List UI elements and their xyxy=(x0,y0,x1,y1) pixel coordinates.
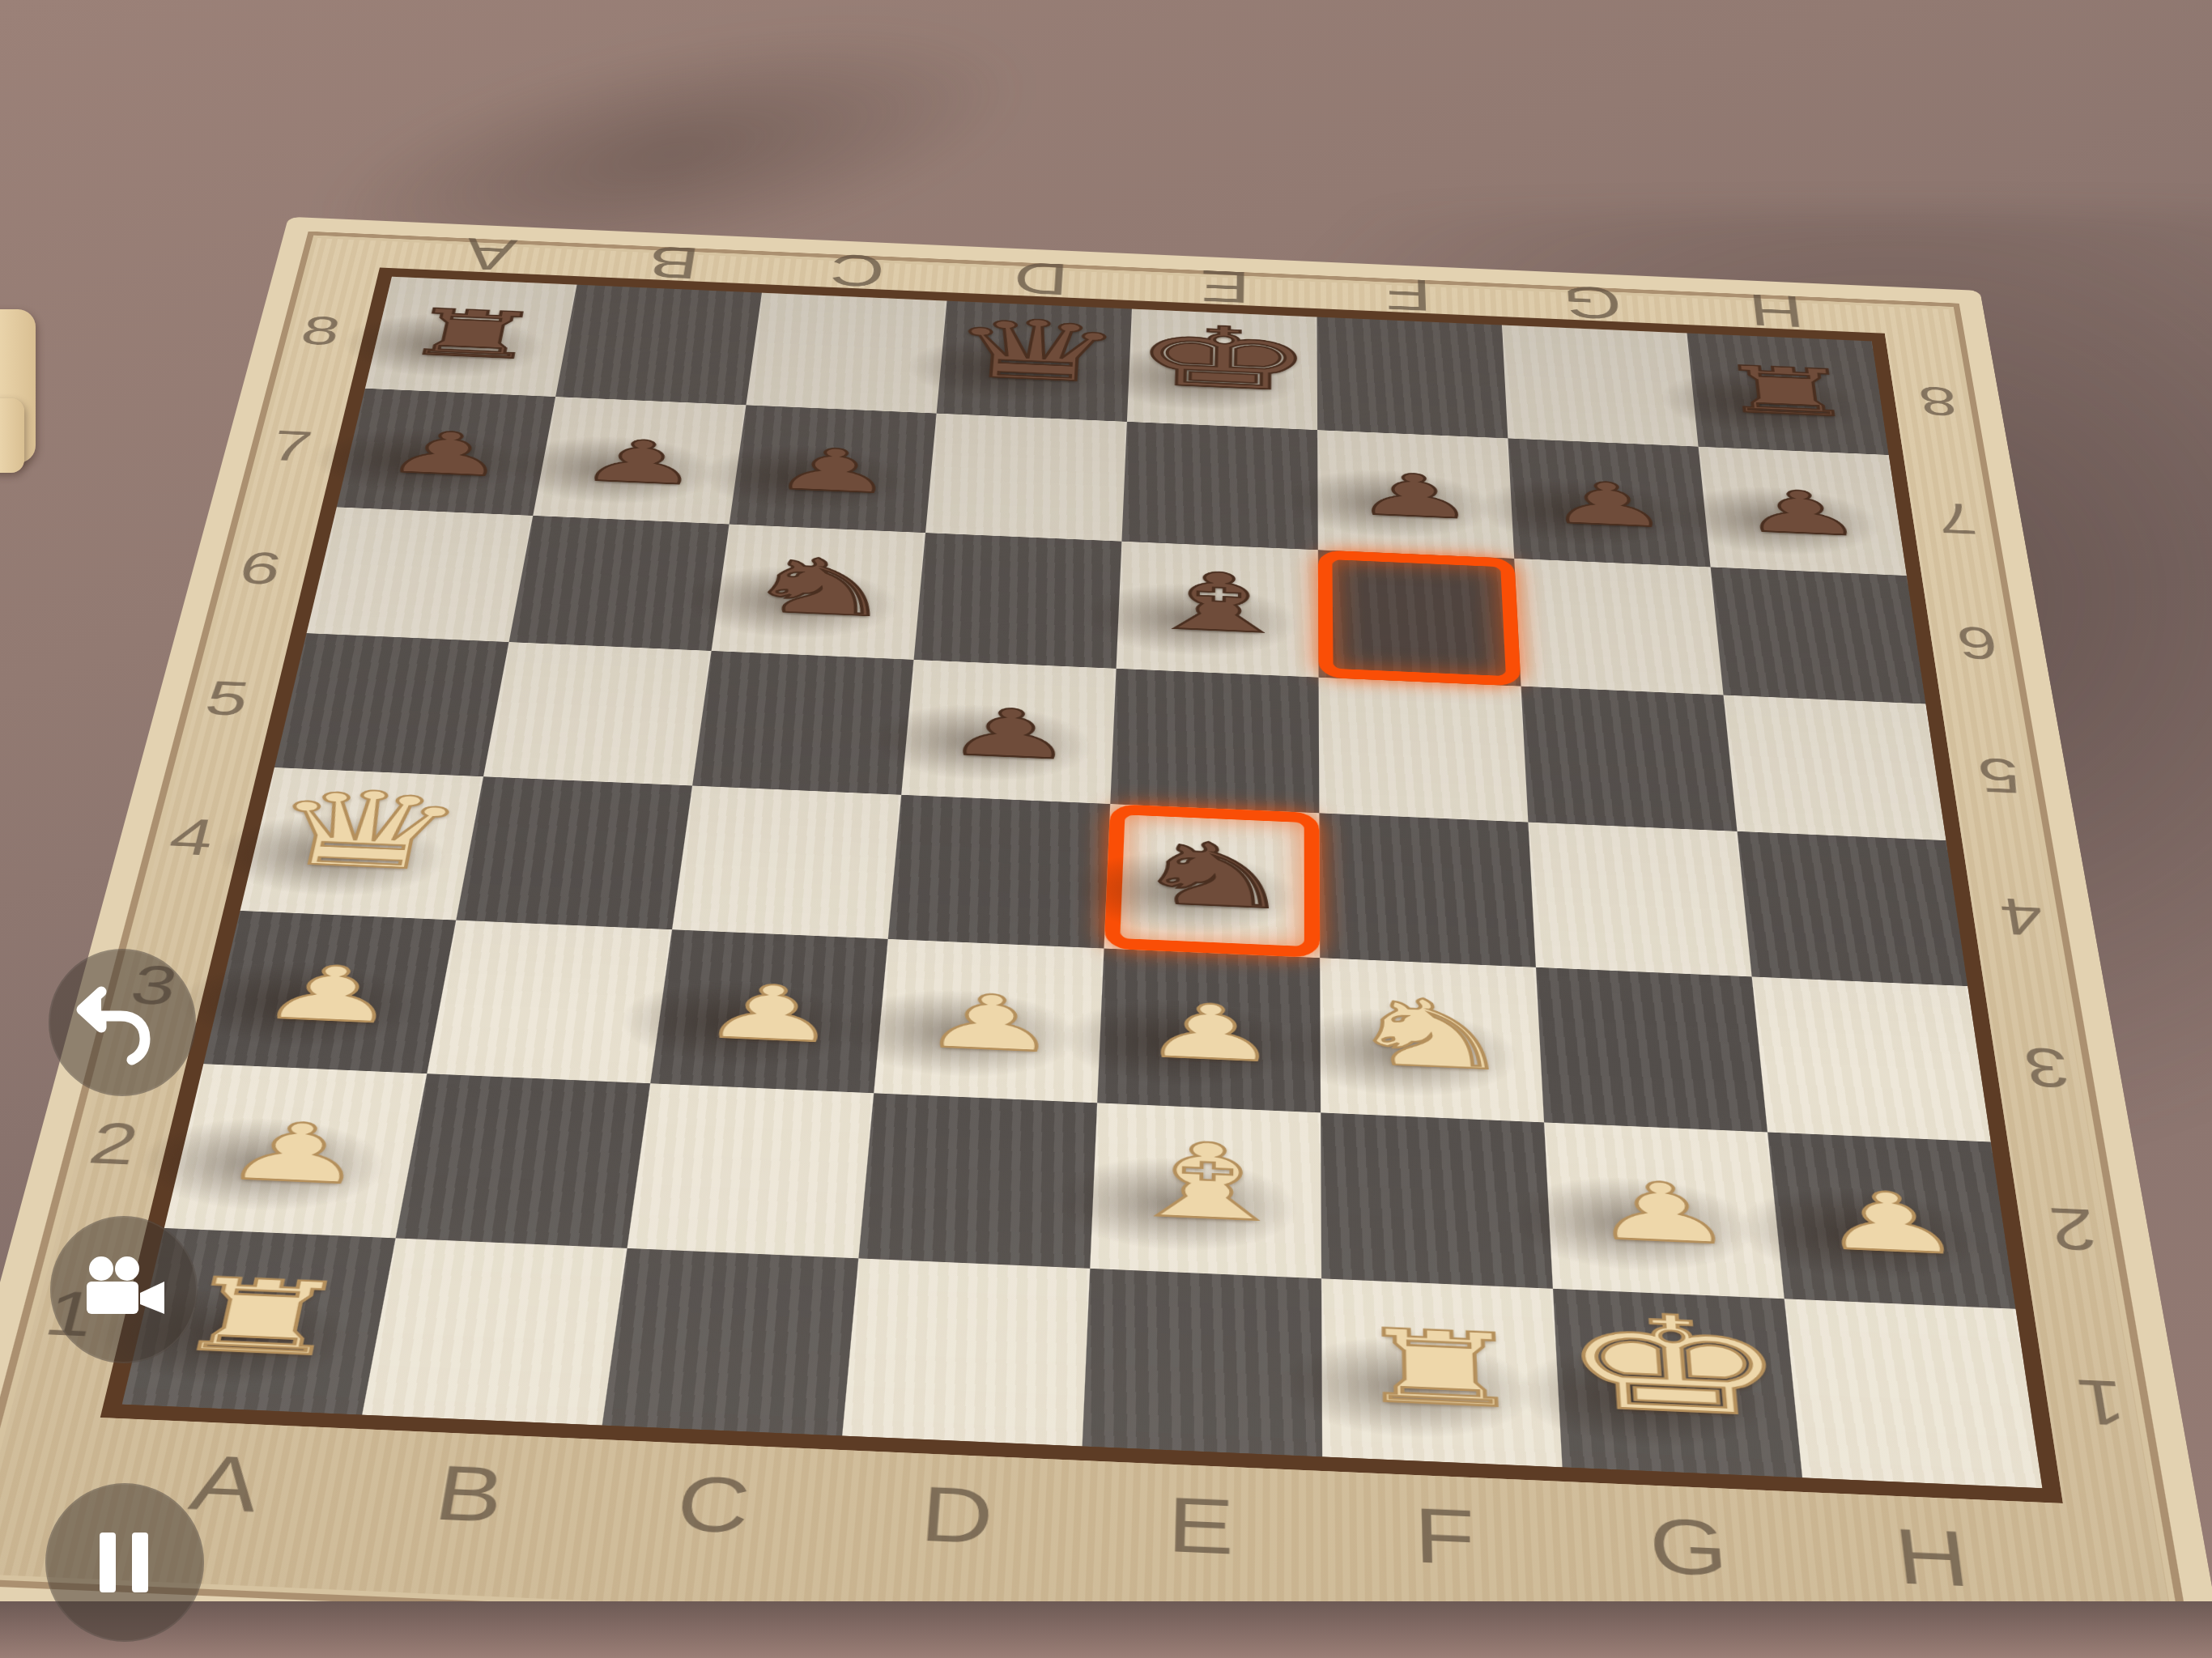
camera-button[interactable] xyxy=(50,1216,198,1363)
chess-board-3d: AABBCCDDEEFFGGHH1122334455667788 ♜♛♚♜♟♟♟… xyxy=(0,217,2212,1658)
rank-label-right-6: 6 xyxy=(1923,614,2033,672)
square-h5[interactable] xyxy=(1724,695,1946,841)
undo-button[interactable] xyxy=(49,949,196,1096)
piece-black-pawn-c7[interactable]: ♟ xyxy=(734,408,936,502)
rank-label-left-7: 7 xyxy=(236,419,347,473)
square-e2[interactable] xyxy=(1090,1103,1321,1278)
square-g6[interactable] xyxy=(1514,559,1723,695)
piece-black-rook-a8[interactable]: ♜ xyxy=(372,279,576,368)
square-h6[interactable] xyxy=(1711,567,1926,704)
square-f2[interactable] xyxy=(1321,1112,1553,1288)
file-label-top-a: A xyxy=(392,226,586,284)
rank-label-right-8: 8 xyxy=(1887,376,1990,427)
square-b1[interactable] xyxy=(362,1238,627,1425)
square-g1[interactable] xyxy=(1553,1289,1802,1478)
piece-black-rook-h8[interactable]: ♜ xyxy=(1687,336,1885,425)
square-c5[interactable] xyxy=(692,651,913,795)
game-screen: AABBCCDDEEFFGGHH1122334455667788 ♜♛♚♜♟♟♟… xyxy=(0,0,2212,1658)
square-b2[interactable] xyxy=(396,1073,651,1248)
square-g2[interactable] xyxy=(1544,1122,1784,1299)
square-h2[interactable] xyxy=(1767,1132,2016,1308)
file-label-top-d: D xyxy=(947,249,1134,308)
piece-black-pawn-b7[interactable]: ♟ xyxy=(539,400,746,493)
black-pawn-glyph: ♟ xyxy=(768,441,899,500)
rank-label-left-5: 5 xyxy=(168,669,287,729)
table-edge xyxy=(0,1601,2212,1658)
pause-bars-icon xyxy=(80,1518,169,1607)
black-queen-glyph: ♛ xyxy=(942,309,1128,392)
file-label-top-h: H xyxy=(1682,281,1872,340)
piece-black-pawn-d5[interactable]: ♟ xyxy=(904,663,1116,768)
square-e7[interactable] xyxy=(1121,422,1317,550)
square-d2[interactable] xyxy=(858,1093,1097,1269)
black-rook-glyph: ♜ xyxy=(1713,359,1861,424)
square-g3[interactable] xyxy=(1536,967,1767,1133)
piece-black-pawn-h7[interactable]: ♟ xyxy=(1699,449,1902,544)
square-a2[interactable] xyxy=(164,1064,427,1238)
file-label-top-f: F xyxy=(1317,266,1502,325)
file-label-top-b: B xyxy=(577,233,769,291)
piece-black-queen-d8[interactable]: ♛ xyxy=(939,304,1132,392)
highlight-from-f6 xyxy=(1318,550,1521,686)
piece-black-pawn-g7[interactable]: ♟ xyxy=(1508,441,1708,535)
piece-black-bishop-e6[interactable]: ♝ xyxy=(1117,545,1318,644)
square-g4[interactable] xyxy=(1528,823,1751,977)
file-label-top-c: C xyxy=(762,241,951,300)
square-h1[interactable] xyxy=(1784,1299,2043,1488)
square-b3[interactable] xyxy=(427,920,672,1084)
rank-label-left-6: 6 xyxy=(202,540,317,597)
square-f5[interactable] xyxy=(1319,678,1529,823)
rank-label-right-5: 5 xyxy=(1942,746,2057,806)
square-e1[interactable] xyxy=(1083,1269,1322,1457)
square-g8[interactable] xyxy=(1502,325,1699,446)
piece-black-pawn-f7[interactable]: ♟ xyxy=(1317,433,1512,527)
square-d6[interactable] xyxy=(914,533,1122,669)
square-h4[interactable] xyxy=(1738,831,1968,986)
file-label-top-e: E xyxy=(1132,257,1317,316)
square-h3[interactable] xyxy=(1752,976,1991,1141)
square-f1[interactable] xyxy=(1321,1278,1563,1467)
square-g5[interactable] xyxy=(1521,687,1738,831)
square-e5[interactable] xyxy=(1110,669,1319,814)
square-d7[interactable] xyxy=(925,414,1127,542)
square-b4[interactable] xyxy=(456,776,692,929)
rank-label-right-7: 7 xyxy=(1904,491,2011,546)
black-pawn-glyph: ♟ xyxy=(1352,467,1478,526)
black-rook-glyph: ♜ xyxy=(396,302,549,366)
square-c4[interactable] xyxy=(672,786,901,939)
square-d1[interactable] xyxy=(842,1258,1090,1446)
captured-piece-edge xyxy=(0,398,24,473)
square-f4[interactable] xyxy=(1319,813,1536,967)
square-a5[interactable] xyxy=(274,633,509,776)
black-pawn-glyph: ♟ xyxy=(1737,483,1867,542)
square-a6[interactable] xyxy=(307,507,534,642)
square-c2[interactable] xyxy=(627,1083,874,1258)
video-camera-icon xyxy=(74,1244,174,1335)
square-d4[interactable] xyxy=(888,795,1111,949)
undo-arrow-icon xyxy=(74,974,171,1071)
piece-black-knight-c6[interactable]: ♞ xyxy=(716,527,925,626)
rank-label-left-8: 8 xyxy=(266,305,374,355)
black-knight-glyph: ♞ xyxy=(737,549,903,625)
file-label-top-g: G xyxy=(1499,274,1687,333)
black-pawn-glyph: ♟ xyxy=(574,433,707,491)
black-pawn-glyph: ♟ xyxy=(1544,475,1672,534)
black-king-glyph: ♚ xyxy=(1129,316,1316,401)
square-b8[interactable] xyxy=(555,285,762,406)
square-b6[interactable] xyxy=(509,516,730,651)
piece-black-king-e8[interactable]: ♚ xyxy=(1128,312,1317,401)
piece-black-pawn-a7[interactable]: ♟ xyxy=(344,391,555,484)
square-b5[interactable] xyxy=(483,642,712,785)
black-pawn-glyph: ♟ xyxy=(379,425,514,483)
square-f8[interactable] xyxy=(1317,317,1508,439)
square-c1[interactable] xyxy=(602,1248,859,1436)
square-c8[interactable] xyxy=(746,293,946,414)
black-pawn-glyph: ♟ xyxy=(942,701,1078,767)
black-bishop-glyph: ♝ xyxy=(1134,563,1301,643)
pause-button[interactable] xyxy=(45,1483,204,1642)
